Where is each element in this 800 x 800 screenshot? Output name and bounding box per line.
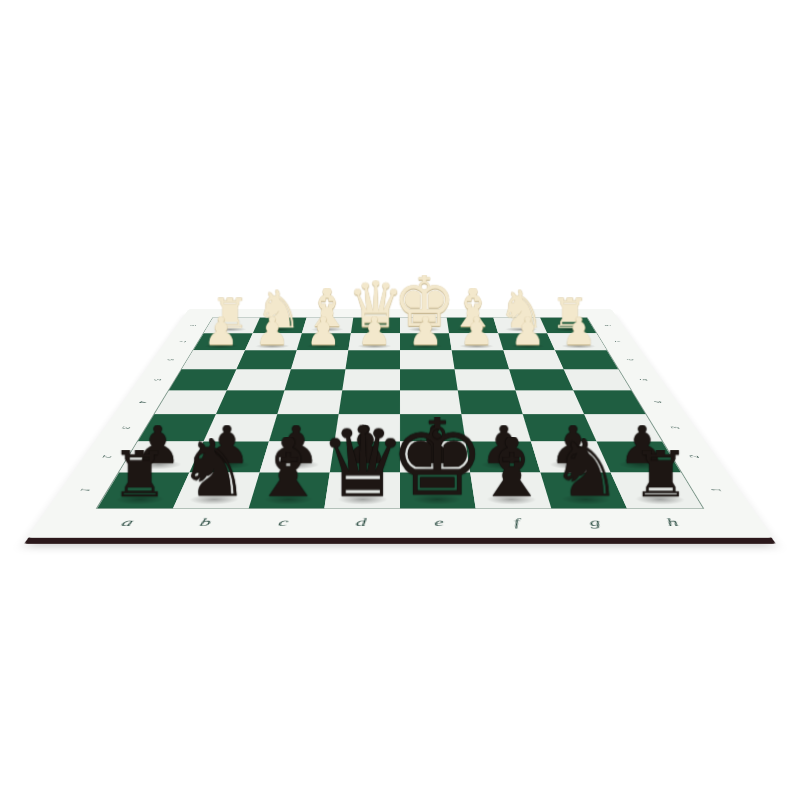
- piece-black-bishop-c1: ♝: [251, 436, 325, 500]
- square-f1: ♝: [470, 472, 551, 508]
- piece-black-rook-a1: ♜: [111, 451, 169, 501]
- rank-label-right-4: 4: [651, 401, 664, 403]
- square-e1: ♚: [400, 472, 476, 508]
- square-b4: [216, 390, 285, 414]
- square-a4: [154, 390, 226, 414]
- rank-label-left-1: 1: [77, 488, 93, 491]
- piece-white-pawn-a7: ♟: [204, 316, 239, 346]
- square-e6: [400, 350, 455, 369]
- rank-label-right-8: 8: [602, 325, 612, 326]
- file-label-a: a: [119, 516, 136, 529]
- square-b5: [227, 369, 291, 390]
- square-g4: [516, 390, 585, 414]
- piece-black-knight-g1: ♞: [551, 438, 622, 500]
- rank-label-left-4: 4: [136, 401, 149, 403]
- rank-label-right-1: 1: [707, 488, 723, 491]
- piece-black-bishop-f1: ♝: [475, 436, 549, 500]
- file-label-g: g: [587, 516, 603, 529]
- file-label-h: h: [664, 516, 681, 529]
- rank-label-left-7: 7: [177, 341, 188, 342]
- rank-label-right-6: 6: [624, 359, 635, 361]
- square-f5: [455, 369, 516, 390]
- square-e7: ♟: [400, 333, 452, 350]
- piece-black-knight-b1: ♞: [178, 438, 249, 500]
- piece-black-rook-h1: ♜: [632, 451, 690, 501]
- piece-white-pawn-d7: ♟: [357, 316, 392, 346]
- square-d5: [342, 369, 400, 390]
- piece-black-king-e1: ♚: [389, 416, 486, 500]
- square-h1: ♜: [611, 472, 703, 508]
- piece-white-pawn-c7: ♟: [306, 316, 341, 346]
- piece-white-pawn-e7: ♟: [408, 316, 443, 346]
- piece-white-pawn-h7: ♟: [562, 316, 597, 346]
- file-label-f: f: [512, 516, 521, 529]
- rank-label-right-7: 7: [613, 341, 624, 342]
- rank-label-left-8: 8: [188, 325, 198, 326]
- rank-label-left-5: 5: [151, 379, 163, 381]
- file-label-c: c: [277, 516, 289, 529]
- square-c6: [291, 350, 348, 369]
- rank-label-right-5: 5: [637, 379, 649, 381]
- piece-white-pawn-b7: ♟: [255, 316, 290, 346]
- square-g5: [509, 369, 573, 390]
- product-photo-scene: ♜♞♝♛♚♝♞♜♟♟♟♟♟♟♟♟♟♟♟♟♟♟♟♟♜♞♝♛♚♝♞♜ abcdefg…: [0, 0, 800, 800]
- square-a7: ♟: [193, 333, 252, 350]
- square-g6: [503, 350, 563, 369]
- piece-white-pawn-f7: ♟: [459, 316, 494, 346]
- rank-label-right-3: 3: [668, 426, 682, 428]
- file-labels-bottom: abcdefgh: [79, 508, 720, 538]
- square-f7: ♟: [449, 333, 503, 350]
- file-label-b: b: [198, 516, 214, 529]
- square-c1: ♝: [249, 472, 330, 508]
- square-e5: [400, 369, 458, 390]
- photo-backdrop: ♜♞♝♛♚♝♞♜♟♟♟♟♟♟♟♟♟♟♟♟♟♟♟♟♜♞♝♛♚♝♞♜ abcdefg…: [0, 0, 800, 800]
- square-g1: ♞: [540, 472, 627, 508]
- piece-white-pawn-g7: ♟: [510, 316, 545, 346]
- rank-label-left-6: 6: [165, 359, 176, 361]
- chess-mat: ♜♞♝♛♚♝♞♜♟♟♟♟♟♟♟♟♟♟♟♟♟♟♟♟♜♞♝♛♚♝♞♜ abcdefg…: [27, 309, 773, 537]
- square-g7: ♟: [498, 333, 555, 350]
- rank-label-left-3: 3: [119, 426, 133, 428]
- file-label-e: e: [434, 516, 445, 529]
- file-label-d: d: [355, 516, 367, 529]
- square-c5: [284, 369, 345, 390]
- square-d6: [345, 350, 400, 369]
- square-b1: ♞: [173, 472, 260, 508]
- square-f6: [452, 350, 509, 369]
- square-d7: ♟: [348, 333, 400, 350]
- square-b7: ♟: [245, 333, 302, 350]
- square-c7: ♟: [297, 333, 351, 350]
- square-b6: [236, 350, 296, 369]
